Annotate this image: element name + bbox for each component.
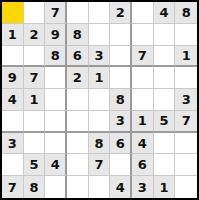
cell-r4c4[interactable]: 2: [67, 67, 89, 89]
cell-r3c7[interactable]: 7: [132, 46, 154, 68]
cell-r4c5[interactable]: 1: [89, 67, 111, 89]
cell-r8c3[interactable]: 4: [45, 154, 67, 176]
cell-r2c1[interactable]: 1: [2, 24, 24, 46]
cell-r7c4[interactable]: [67, 133, 89, 155]
cell-r2c2[interactable]: 2: [24, 24, 46, 46]
cell-r1c8[interactable]: 4: [154, 2, 176, 24]
cell-r5c3[interactable]: [45, 89, 67, 111]
cell-r3c8[interactable]: [154, 46, 176, 68]
cell-r1c1[interactable]: [2, 2, 24, 24]
cell-r7c6[interactable]: 6: [110, 133, 132, 155]
cell-r1c6[interactable]: 2: [110, 2, 132, 24]
cell-r3c1[interactable]: [2, 46, 24, 68]
cell-r5c4[interactable]: [67, 89, 89, 111]
cell-r9c1[interactable]: 7: [2, 176, 24, 198]
cell-r5c1[interactable]: 4: [2, 89, 24, 111]
cell-r8c4[interactable]: [67, 154, 89, 176]
cell-r2c3[interactable]: 9: [45, 24, 67, 46]
cell-r4c6[interactable]: [110, 67, 132, 89]
cell-r3c2[interactable]: [24, 46, 46, 68]
cell-r4c7[interactable]: [132, 67, 154, 89]
cell-r5c2[interactable]: 1: [24, 89, 46, 111]
cell-r6c6[interactable]: 3: [110, 111, 132, 133]
cell-r2c6[interactable]: [110, 24, 132, 46]
cell-r8c6[interactable]: [110, 154, 132, 176]
cell-r4c8[interactable]: [154, 67, 176, 89]
cell-r8c1[interactable]: [2, 154, 24, 176]
cell-r5c9[interactable]: 3: [175, 89, 197, 111]
cell-r5c5[interactable]: [89, 89, 111, 111]
cell-r7c7[interactable]: 4: [132, 133, 154, 155]
cell-r4c1[interactable]: 9: [2, 67, 24, 89]
cell-r3c9[interactable]: 1: [175, 46, 197, 68]
cell-r9c9[interactable]: [175, 176, 197, 198]
cell-r6c1[interactable]: [2, 111, 24, 133]
cell-r8c9[interactable]: [175, 154, 197, 176]
cell-r9c2[interactable]: 8: [24, 176, 46, 198]
cell-r8c7[interactable]: 6: [132, 154, 154, 176]
cell-r8c2[interactable]: 5: [24, 154, 46, 176]
cell-r1c9[interactable]: 8: [175, 2, 197, 24]
cell-r4c3[interactable]: [45, 67, 67, 89]
cell-r1c2[interactable]: [24, 2, 46, 24]
cell-r4c2[interactable]: 7: [24, 67, 46, 89]
cell-r2c4[interactable]: 8: [67, 24, 89, 46]
cell-r6c5[interactable]: [89, 111, 111, 133]
cell-r6c3[interactable]: [45, 111, 67, 133]
cell-r8c5[interactable]: 7: [89, 154, 111, 176]
cell-r6c7[interactable]: 1: [132, 111, 154, 133]
cell-r6c9[interactable]: 7: [175, 111, 197, 133]
cell-r7c2[interactable]: [24, 133, 46, 155]
cell-r5c8[interactable]: [154, 89, 176, 111]
cell-r9c7[interactable]: 3: [132, 176, 154, 198]
cell-r7c8[interactable]: [154, 133, 176, 155]
cell-r3c4[interactable]: 6: [67, 46, 89, 68]
cell-r7c5[interactable]: 8: [89, 133, 111, 155]
sudoku-app: 72481298863719721418331573864547678431: [0, 0, 199, 200]
cell-r5c6[interactable]: 8: [110, 89, 132, 111]
cell-r2c5[interactable]: [89, 24, 111, 46]
cell-r9c5[interactable]: [89, 176, 111, 198]
cell-r2c9[interactable]: [175, 24, 197, 46]
cell-r6c4[interactable]: [67, 111, 89, 133]
cell-r1c3[interactable]: 7: [45, 2, 67, 24]
cell-r3c5[interactable]: 3: [89, 46, 111, 68]
cell-r7c1[interactable]: 3: [2, 133, 24, 155]
cell-r3c3[interactable]: 8: [45, 46, 67, 68]
cell-r9c4[interactable]: [67, 176, 89, 198]
cell-r2c7[interactable]: [132, 24, 154, 46]
cell-r6c8[interactable]: 5: [154, 111, 176, 133]
cell-r9c3[interactable]: [45, 176, 67, 198]
cell-r6c2[interactable]: [24, 111, 46, 133]
cell-r7c3[interactable]: [45, 133, 67, 155]
cell-r5c7[interactable]: [132, 89, 154, 111]
cell-r9c6[interactable]: 4: [110, 176, 132, 198]
sudoku-board: 72481298863719721418331573864547678431: [2, 2, 197, 198]
cell-r8c8[interactable]: [154, 154, 176, 176]
cell-r3c6[interactable]: [110, 46, 132, 68]
cell-r1c7[interactable]: [132, 2, 154, 24]
cell-r7c9[interactable]: [175, 133, 197, 155]
cell-r4c9[interactable]: [175, 67, 197, 89]
cell-r1c5[interactable]: [89, 2, 111, 24]
cell-r9c8[interactable]: 1: [154, 176, 176, 198]
cell-r1c4[interactable]: [67, 2, 89, 24]
cell-r2c8[interactable]: [154, 24, 176, 46]
